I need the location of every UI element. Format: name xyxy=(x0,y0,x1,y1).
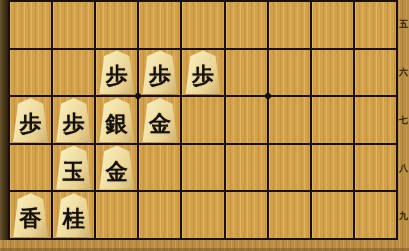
square-37[interactable] xyxy=(269,97,310,143)
square-67[interactable]: 金 xyxy=(139,97,180,143)
square-88[interactable]: 玉 xyxy=(53,145,94,191)
square-69[interactable] xyxy=(139,192,180,238)
square-49[interactable] xyxy=(226,192,267,238)
koma-85 xyxy=(55,3,92,47)
piece-knight-89[interactable]: 桂 xyxy=(55,193,92,237)
star-point xyxy=(265,93,271,99)
piece-gold-67[interactable]: 金 xyxy=(141,98,178,142)
koma-48 xyxy=(228,146,265,190)
square-38[interactable] xyxy=(269,145,310,191)
square-28[interactable] xyxy=(312,145,353,191)
square-57[interactable] xyxy=(182,97,223,143)
square-48[interactable] xyxy=(226,145,267,191)
square-17[interactable] xyxy=(355,97,396,143)
square-68[interactable] xyxy=(139,145,180,191)
koma-37 xyxy=(271,98,308,142)
square-78[interactable]: 金 xyxy=(96,145,137,191)
board-grid: 歩 歩 歩 歩 歩 銀 金 玉 金 香 桂 xyxy=(8,0,398,240)
koma-86 xyxy=(55,50,92,94)
shogi-board: 歩 歩 歩 歩 歩 銀 金 玉 金 香 桂 xyxy=(0,0,409,251)
piece-king-88[interactable]: 玉 xyxy=(55,146,92,190)
koma-39 xyxy=(271,193,308,237)
square-46[interactable] xyxy=(226,50,267,96)
square-95[interactable] xyxy=(10,2,51,48)
square-36[interactable] xyxy=(269,50,310,96)
square-35[interactable] xyxy=(269,2,310,48)
rank-label-8: 八 xyxy=(398,144,409,192)
koma-29 xyxy=(314,193,351,237)
koma-75 xyxy=(98,3,135,47)
square-26[interactable] xyxy=(312,50,353,96)
piece-pawn-76[interactable]: 歩 xyxy=(98,50,135,94)
square-75[interactable] xyxy=(96,2,137,48)
square-19[interactable] xyxy=(355,192,396,238)
piece-pawn-97[interactable]: 歩 xyxy=(12,98,49,142)
koma-18 xyxy=(357,146,394,190)
koma-47 xyxy=(228,98,265,142)
square-29[interactable] xyxy=(312,192,353,238)
koma-79 xyxy=(98,193,135,237)
koma-68 xyxy=(141,146,178,190)
square-58[interactable] xyxy=(182,145,223,191)
square-15[interactable] xyxy=(355,2,396,48)
rank-label-6: 六 xyxy=(398,48,409,96)
koma-19 xyxy=(357,193,394,237)
koma-96 xyxy=(12,50,49,94)
koma-49 xyxy=(228,193,265,237)
square-66[interactable]: 歩 xyxy=(139,50,180,96)
koma-98 xyxy=(12,146,49,190)
square-45[interactable] xyxy=(226,2,267,48)
rank-label-strip: 五 六 七 八 九 xyxy=(398,0,409,240)
piece-silver-77[interactable]: 銀 xyxy=(98,98,135,142)
square-97[interactable]: 歩 xyxy=(10,97,51,143)
square-65[interactable] xyxy=(139,2,180,48)
rank-label-9: 九 xyxy=(398,192,409,240)
koma-59 xyxy=(184,193,221,237)
koma-38 xyxy=(271,146,308,190)
square-98[interactable] xyxy=(10,145,51,191)
koma-16 xyxy=(357,50,394,94)
piece-gold-78[interactable]: 金 xyxy=(98,146,135,190)
square-25[interactable] xyxy=(312,2,353,48)
koma-55 xyxy=(184,3,221,47)
square-85[interactable] xyxy=(53,2,94,48)
piece-pawn-66[interactable]: 歩 xyxy=(141,50,178,94)
piece-pawn-87[interactable]: 歩 xyxy=(55,98,92,142)
square-99[interactable]: 香 xyxy=(10,192,51,238)
koma-65 xyxy=(141,3,178,47)
square-16[interactable] xyxy=(355,50,396,96)
koma-69 xyxy=(141,193,178,237)
square-87[interactable]: 歩 xyxy=(53,97,94,143)
koma-26 xyxy=(314,50,351,94)
koma-35 xyxy=(271,3,308,47)
board-left-edge xyxy=(0,0,8,240)
rank-label-7: 七 xyxy=(398,96,409,144)
square-86[interactable] xyxy=(53,50,94,96)
square-27[interactable] xyxy=(312,97,353,143)
koma-15 xyxy=(357,3,394,47)
koma-17 xyxy=(357,98,394,142)
koma-46 xyxy=(228,50,265,94)
koma-58 xyxy=(184,146,221,190)
koma-57 xyxy=(184,98,221,142)
square-47[interactable] xyxy=(226,97,267,143)
koma-27 xyxy=(314,98,351,142)
square-59[interactable] xyxy=(182,192,223,238)
rank-label-5: 五 xyxy=(398,0,409,48)
koma-28 xyxy=(314,146,351,190)
square-79[interactable] xyxy=(96,192,137,238)
koma-95 xyxy=(12,3,49,47)
koma-45 xyxy=(228,3,265,47)
koma-36 xyxy=(271,50,308,94)
square-76[interactable]: 歩 xyxy=(96,50,137,96)
koma-25 xyxy=(314,3,351,47)
piece-pawn-56[interactable]: 歩 xyxy=(184,50,221,94)
square-89[interactable]: 桂 xyxy=(53,192,94,238)
square-96[interactable] xyxy=(10,50,51,96)
square-18[interactable] xyxy=(355,145,396,191)
square-56[interactable]: 歩 xyxy=(182,50,223,96)
piece-lance-99[interactable]: 香 xyxy=(12,193,49,237)
square-77[interactable]: 銀 xyxy=(96,97,137,143)
star-point xyxy=(135,93,141,99)
square-55[interactable] xyxy=(182,2,223,48)
square-39[interactable] xyxy=(269,192,310,238)
